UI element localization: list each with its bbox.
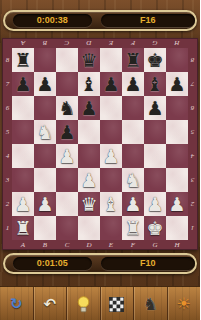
square-a8[interactable]: ♜ [12, 48, 34, 72]
square-f2[interactable]: ♟ [122, 192, 144, 216]
square-e3[interactable] [100, 168, 122, 192]
file-label-top: A [12, 39, 34, 48]
square-d1[interactable] [78, 216, 100, 240]
square-d3[interactable]: ♟ [78, 168, 100, 192]
file-label-bottom: E [100, 240, 122, 249]
rank-label-right: 5 [188, 120, 197, 144]
black-king[interactable]: ♚ [146, 51, 163, 70]
board-corner [3, 240, 12, 249]
square-b2[interactable]: ♟ [34, 192, 56, 216]
square-c7[interactable] [56, 72, 78, 96]
black-pawn[interactable]: ♟ [102, 75, 119, 94]
file-label-top: F [122, 39, 144, 48]
black-bishop[interactable]: ♝ [80, 75, 97, 94]
rank-label-right: 3 [188, 168, 197, 192]
square-h4[interactable] [166, 144, 188, 168]
square-c5[interactable]: ♟ [56, 120, 78, 144]
white-rook[interactable]: ♜ [124, 219, 141, 238]
undo-button[interactable]: ↶ [33, 287, 67, 320]
black-rook[interactable]: ♜ [14, 51, 31, 70]
square-c1[interactable] [56, 216, 78, 240]
rank-label-right: 8 [188, 48, 197, 72]
blue-circular-arrow-icon: ↻ [10, 297, 23, 312]
square-e5[interactable] [100, 120, 122, 144]
square-b1[interactable] [34, 216, 56, 240]
square-a6[interactable] [12, 96, 34, 120]
square-h5[interactable] [166, 120, 188, 144]
square-e6[interactable] [100, 96, 122, 120]
square-h8[interactable] [166, 48, 188, 72]
square-f3[interactable]: ♞ [122, 168, 144, 192]
white-pawn[interactable]: ♟ [124, 195, 141, 214]
square-a3[interactable] [12, 168, 34, 192]
black-player-label: F16 [101, 14, 195, 27]
rank-label-right: 6 [188, 96, 197, 120]
square-a7[interactable]: ♟ [12, 72, 34, 96]
rank-label-left: 4 [3, 144, 12, 168]
file-label-bottom: B [34, 240, 56, 249]
replay-button[interactable]: ↻ [0, 287, 33, 320]
white-knight[interactable]: ♞ [124, 171, 141, 190]
square-c2[interactable] [56, 192, 78, 216]
square-b7[interactable]: ♟ [34, 72, 56, 96]
square-g3[interactable] [144, 168, 166, 192]
board-corner [188, 240, 197, 249]
square-d6[interactable]: ♟ [78, 96, 100, 120]
rank-label-left: 1 [3, 216, 12, 240]
file-label-top: B [34, 39, 56, 48]
square-h1[interactable] [166, 216, 188, 240]
white-pawn[interactable]: ♟ [102, 147, 119, 166]
white-pawn[interactable]: ♟ [14, 195, 31, 214]
rank-label-right: 2 [188, 192, 197, 216]
file-label-bottom: H [166, 240, 188, 249]
square-b3[interactable] [34, 168, 56, 192]
square-f5[interactable] [122, 120, 144, 144]
square-c6[interactable]: ♞ [56, 96, 78, 120]
square-e2[interactable]: ♝ [100, 192, 122, 216]
square-g1[interactable]: ♚ [144, 216, 166, 240]
white-rook[interactable]: ♜ [14, 219, 31, 238]
file-label-top: G [144, 39, 166, 48]
toolbar: ↻ ↶ ♞ [0, 286, 200, 320]
white-clock: 0:01:05 [13, 257, 92, 270]
square-g4[interactable] [144, 144, 166, 168]
square-e7[interactable]: ♟ [100, 72, 122, 96]
file-label-bottom: A [12, 240, 34, 249]
white-pawn[interactable]: ♟ [146, 195, 163, 214]
square-d4[interactable] [78, 144, 100, 168]
square-b4[interactable] [34, 144, 56, 168]
file-label-bottom: F [122, 240, 144, 249]
rank-label-right: 4 [188, 144, 197, 168]
file-label-top: D [78, 39, 100, 48]
checkerboard-icon [109, 297, 124, 312]
square-a1[interactable]: ♜ [12, 216, 34, 240]
square-g8[interactable]: ♚ [144, 48, 166, 72]
light-bulb-icon [77, 296, 90, 313]
square-f1[interactable]: ♜ [122, 216, 144, 240]
black-pawn[interactable]: ♟ [146, 99, 163, 118]
white-pawn[interactable]: ♟ [168, 195, 185, 214]
black-pawn[interactable]: ♟ [124, 75, 141, 94]
square-b6[interactable] [34, 96, 56, 120]
square-a2[interactable]: ♟ [12, 192, 34, 216]
white-pawn[interactable]: ♟ [80, 171, 97, 190]
file-label-top: E [100, 39, 122, 48]
white-player-label: F10 [101, 257, 195, 270]
black-pawn[interactable]: ♟ [168, 75, 185, 94]
square-g2[interactable]: ♟ [144, 192, 166, 216]
square-a5[interactable] [12, 120, 34, 144]
square-d8[interactable]: ♛ [78, 48, 100, 72]
file-label-bottom: D [78, 240, 100, 249]
pieces-button[interactable]: ♞ [133, 287, 167, 320]
black-rook[interactable]: ♜ [124, 51, 141, 70]
file-label-top: H [166, 39, 188, 48]
square-f4[interactable] [122, 144, 144, 168]
square-g7[interactable]: ♝ [144, 72, 166, 96]
square-b8[interactable] [34, 48, 56, 72]
rank-label-right: 7 [188, 72, 197, 96]
square-d2[interactable]: ♛ [78, 192, 100, 216]
board-corner [3, 39, 12, 48]
board-corner [188, 39, 197, 48]
white-bishop[interactable]: ♝ [102, 195, 119, 214]
chess-app-screen: 0:00:38 F16 ABCDEFGH8♜♛♜♚87♟♟♝♟♟♝♟76♞♟♟6… [0, 0, 200, 320]
board-style-button[interactable] [100, 287, 134, 320]
white-knight[interactable]: ♞ [36, 123, 53, 142]
file-label-bottom: C [56, 240, 78, 249]
file-label-top: C [56, 39, 78, 48]
square-h2[interactable]: ♟ [166, 192, 188, 216]
black-pawn[interactable]: ♟ [80, 99, 97, 118]
rank-label-left: 2 [3, 192, 12, 216]
rank-label-left: 8 [3, 48, 12, 72]
black-pawn[interactable]: ♟ [14, 75, 31, 94]
square-c8[interactable] [56, 48, 78, 72]
rank-label-left: 7 [3, 72, 12, 96]
white-queen[interactable]: ♛ [80, 195, 97, 214]
white-pawn[interactable]: ♟ [36, 195, 53, 214]
square-c3[interactable] [56, 168, 78, 192]
chess-board[interactable]: ABCDEFGH8♜♛♜♚87♟♟♝♟♟♝♟76♞♟♟65♞♟54♟♟43♟♞3… [2, 38, 198, 250]
settings-button[interactable]: ☀ [167, 287, 201, 320]
square-h6[interactable] [166, 96, 188, 120]
white-king[interactable]: ♚ [146, 219, 163, 238]
square-f8[interactable]: ♜ [122, 48, 144, 72]
square-g6[interactable]: ♟ [144, 96, 166, 120]
sun-icon: ☀ [177, 296, 191, 312]
white-player-bar: 0:01:05 F10 [3, 253, 197, 274]
square-f7[interactable]: ♟ [122, 72, 144, 96]
square-d5[interactable] [78, 120, 100, 144]
black-pawn[interactable]: ♟ [36, 75, 53, 94]
square-h7[interactable]: ♟ [166, 72, 188, 96]
black-bishop[interactable]: ♝ [146, 75, 163, 94]
black-queen[interactable]: ♛ [80, 51, 97, 70]
square-d7[interactable]: ♝ [78, 72, 100, 96]
black-player-bar: 0:00:38 F16 [3, 10, 197, 31]
square-b5[interactable]: ♞ [34, 120, 56, 144]
undo-arrow-icon: ↶ [43, 297, 56, 312]
black-pawn[interactable]: ♟ [58, 123, 75, 142]
knight-icon: ♞ [143, 296, 158, 313]
rank-label-left: 6 [3, 96, 12, 120]
square-c4[interactable]: ♟ [56, 144, 78, 168]
rank-label-left: 5 [3, 120, 12, 144]
rank-label-left: 3 [3, 168, 12, 192]
black-clock: 0:00:38 [13, 14, 92, 27]
square-a4[interactable] [12, 144, 34, 168]
hint-button[interactable] [66, 287, 100, 320]
rank-label-right: 1 [188, 216, 197, 240]
file-label-bottom: G [144, 240, 166, 249]
white-pawn[interactable]: ♟ [58, 147, 75, 166]
square-h3[interactable] [166, 168, 188, 192]
square-e1[interactable] [100, 216, 122, 240]
square-g5[interactable] [144, 120, 166, 144]
square-e8[interactable] [100, 48, 122, 72]
square-e4[interactable]: ♟ [100, 144, 122, 168]
black-knight[interactable]: ♞ [58, 99, 75, 118]
square-f6[interactable] [122, 96, 144, 120]
